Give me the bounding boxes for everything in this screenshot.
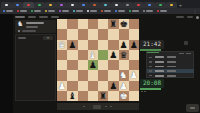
tab-favicon xyxy=(115,4,118,7)
square-b1[interactable]: ♝ xyxy=(67,91,77,101)
tab-favicon xyxy=(126,4,129,7)
square-a8[interactable] xyxy=(57,19,67,29)
bookmark-favicon xyxy=(143,10,145,12)
white-move[interactable] xyxy=(155,75,164,77)
black-move[interactable] xyxy=(167,56,176,58)
nav-link[interactable] xyxy=(15,16,25,18)
chat-menu-button[interactable]: ≡ xyxy=(43,36,53,40)
square-e7[interactable] xyxy=(98,29,108,39)
tab-favicon xyxy=(104,4,107,7)
black-bishop[interactable]: ♝ xyxy=(68,91,76,101)
board-control-dot[interactable] xyxy=(110,106,112,108)
tab-favicon xyxy=(159,4,162,7)
square-e8[interactable] xyxy=(98,19,108,29)
board-control-button[interactable] xyxy=(93,105,101,109)
square-e4[interactable] xyxy=(98,60,108,70)
bookmark-label xyxy=(76,10,83,12)
move-number xyxy=(149,66,152,68)
white-knight[interactable]: ♞ xyxy=(120,70,128,80)
nav-link[interactable] xyxy=(39,16,48,18)
chess-board: ♜♚♛♟♟♟♝♟♛♟♞♟♟♟♟♝♜♚ xyxy=(57,19,139,101)
bookmark-favicon xyxy=(59,10,61,12)
square-a1[interactable] xyxy=(57,91,67,101)
bookmark-item[interactable] xyxy=(73,10,83,12)
white-bishop[interactable]: ♝ xyxy=(89,50,97,60)
square-g4[interactable] xyxy=(119,60,129,70)
square-c3[interactable] xyxy=(78,70,88,80)
square-d5[interactable]: ♝ xyxy=(88,50,98,60)
bookmark-label xyxy=(48,10,55,12)
square-b5[interactable] xyxy=(67,50,77,60)
square-h6[interactable]: ♟ xyxy=(129,40,139,50)
nav-link[interactable] xyxy=(51,16,59,18)
bookmark-favicon xyxy=(115,10,117,12)
square-g6[interactable]: ♟ xyxy=(119,40,129,50)
tab-favicon xyxy=(16,4,19,7)
white-pawn[interactable]: ♟ xyxy=(120,81,128,91)
square-c4[interactable] xyxy=(78,60,88,70)
white-king[interactable]: ♚ xyxy=(120,91,128,101)
move-number xyxy=(149,70,152,72)
clock-option-dot[interactable] xyxy=(144,91,146,93)
black-queen[interactable]: ♛ xyxy=(120,50,128,60)
bookmark-item[interactable] xyxy=(3,10,13,12)
square-e2[interactable] xyxy=(98,81,108,91)
square-d6[interactable] xyxy=(88,40,98,50)
tab-favicon xyxy=(60,4,63,7)
square-d7[interactable] xyxy=(88,29,98,39)
square-h2[interactable] xyxy=(129,81,139,91)
square-g5[interactable]: ♛ xyxy=(119,50,129,60)
bookmark-label xyxy=(146,10,153,12)
chat-bubble-icon xyxy=(190,107,195,109)
white-move[interactable] xyxy=(155,61,164,63)
board-toolbar xyxy=(57,103,139,110)
white-pawn[interactable]: ♟ xyxy=(130,70,138,80)
board-control-dot[interactable] xyxy=(83,106,85,108)
black-move[interactable] xyxy=(167,70,176,72)
black-move[interactable] xyxy=(167,66,176,68)
bookmark-item[interactable] xyxy=(115,10,125,12)
square-d1[interactable] xyxy=(88,91,98,101)
bookmark-label xyxy=(132,10,139,12)
tab-favicon xyxy=(49,4,52,7)
bookmark-item[interactable] xyxy=(143,10,153,12)
move-list-header xyxy=(179,53,191,55)
bookmark-item[interactable] xyxy=(101,10,111,12)
bookmark-favicon xyxy=(3,10,5,12)
square-h7[interactable] xyxy=(129,29,139,39)
square-c5[interactable] xyxy=(78,50,88,60)
square-c6[interactable] xyxy=(78,40,88,50)
tab-favicon xyxy=(71,4,74,7)
square-e3[interactable] xyxy=(98,70,108,80)
square-b3[interactable] xyxy=(67,70,77,80)
black-pawn[interactable]: ♟ xyxy=(89,60,97,70)
bookmark-item[interactable] xyxy=(87,10,97,12)
black-rook[interactable]: ♜ xyxy=(99,91,107,101)
bookmarks-overflow-icon[interactable]: ⋮ xyxy=(193,9,197,14)
square-f5[interactable]: ♟ xyxy=(108,50,118,60)
bookmark-favicon xyxy=(73,10,75,12)
square-g8[interactable]: ♚ xyxy=(119,19,129,29)
nav-link[interactable] xyxy=(28,16,36,18)
bookmark-label xyxy=(160,10,167,12)
tab-favicon xyxy=(82,4,85,7)
opponent-clock: 21:42 xyxy=(140,40,164,49)
square-b6[interactable]: ♟ xyxy=(67,40,77,50)
square-f4[interactable] xyxy=(108,60,118,70)
black-pawn[interactable]: ♟ xyxy=(130,40,138,50)
square-c7[interactable] xyxy=(78,29,88,39)
black-pawn[interactable]: ♟ xyxy=(120,40,128,50)
bookmark-label xyxy=(118,10,125,12)
screen: + ⋮ ♞ ≡ ♜♚♛♟♟♟♝♟♛ xyxy=(0,0,200,113)
bookmark-favicon xyxy=(87,10,89,12)
bookmark-favicon xyxy=(17,10,19,12)
tab-favicon xyxy=(38,4,41,7)
user-avatar[interactable] xyxy=(196,16,199,19)
player-time-bar xyxy=(140,88,161,90)
move-number xyxy=(149,75,152,77)
bookmark-item[interactable] xyxy=(31,10,41,12)
square-a4[interactable] xyxy=(57,60,67,70)
square-c1[interactable] xyxy=(78,91,88,101)
tab-favicon xyxy=(170,4,173,7)
bookmark-label xyxy=(20,10,27,12)
game-subtitle-text xyxy=(26,26,38,28)
square-h4[interactable] xyxy=(129,60,139,70)
square-h1[interactable] xyxy=(129,91,139,101)
move-list-active-tab-indicator xyxy=(147,52,159,54)
chat-panel-title xyxy=(18,37,26,39)
move-row[interactable] xyxy=(147,73,194,78)
bookmark-label xyxy=(90,10,97,12)
square-f8[interactable]: ♜ xyxy=(108,19,118,29)
help-chat-widget[interactable] xyxy=(186,104,199,112)
white-move[interactable] xyxy=(155,70,164,72)
black-pawn[interactable]: ♟ xyxy=(109,81,117,91)
square-a2[interactable]: ♟ xyxy=(57,81,67,91)
bookmark-label xyxy=(34,10,41,12)
square-d3[interactable] xyxy=(88,70,98,80)
chess-site-page: ♞ ≡ ♜♚♛♟♟♟♝♟♛♟♞♟♟♟♟♝♜♚ 21:42 xyxy=(0,14,200,113)
knight-icon: ♞ xyxy=(17,20,23,29)
bookmark-favicon xyxy=(129,10,131,12)
black-move[interactable] xyxy=(167,75,176,77)
bookmark-label xyxy=(104,10,111,12)
square-f7[interactable] xyxy=(108,29,118,39)
square-f6[interactable] xyxy=(108,40,118,50)
bookmark-item[interactable] xyxy=(59,10,69,12)
square-a3[interactable] xyxy=(57,70,67,80)
game-info-card: ♞ xyxy=(15,20,56,33)
square-a6[interactable]: ♛ xyxy=(57,40,67,50)
flag-icon xyxy=(18,30,20,32)
bookmark-item[interactable] xyxy=(157,10,167,12)
bookmark-favicon xyxy=(45,10,47,12)
tab-favicon xyxy=(148,4,151,7)
square-b7[interactable] xyxy=(67,29,77,39)
board-control-dot[interactable] xyxy=(105,106,107,108)
nav-link[interactable] xyxy=(187,16,193,18)
square-h8[interactable] xyxy=(129,19,139,29)
tab-favicon xyxy=(5,4,8,7)
bookmark-item[interactable] xyxy=(129,10,139,12)
tab-favicon xyxy=(27,4,30,7)
bookmark-favicon xyxy=(31,10,33,12)
bookmark-item[interactable] xyxy=(17,10,27,12)
square-d2[interactable] xyxy=(88,81,98,91)
square-f2[interactable]: ♟ xyxy=(108,81,118,91)
square-a5[interactable] xyxy=(57,50,67,60)
player-name-text xyxy=(22,30,36,32)
player-clock: 20:08 xyxy=(140,79,164,88)
square-b2[interactable] xyxy=(67,81,77,91)
black-pawn[interactable]: ♟ xyxy=(68,40,76,50)
square-e6[interactable] xyxy=(98,40,108,50)
nav-link[interactable] xyxy=(176,16,184,18)
square-b4[interactable] xyxy=(67,60,77,70)
game-title-text xyxy=(26,22,44,24)
gear-icon[interactable] xyxy=(184,41,188,45)
move-list-panel xyxy=(146,51,194,79)
black-pawn[interactable]: ♟ xyxy=(109,50,117,60)
tab-favicon xyxy=(137,4,140,7)
black-king[interactable]: ♚ xyxy=(120,19,128,29)
square-c2[interactable] xyxy=(78,81,88,91)
chat-panel: ≡ xyxy=(15,34,56,101)
tab-favicon xyxy=(93,4,96,7)
white-move[interactable] xyxy=(155,66,164,68)
square-a7[interactable] xyxy=(57,29,67,39)
square-b8[interactable] xyxy=(67,19,77,29)
bookmark-item[interactable] xyxy=(45,10,55,12)
bookmark-label xyxy=(6,10,13,12)
move-number xyxy=(149,61,152,63)
browser-tab-bar: + xyxy=(0,0,200,8)
square-f1[interactable] xyxy=(108,91,118,101)
square-h5[interactable] xyxy=(129,50,139,60)
bookmark-favicon xyxy=(157,10,159,12)
white-queen[interactable]: ♛ xyxy=(58,40,66,50)
white-move[interactable] xyxy=(155,56,164,58)
square-g7[interactable] xyxy=(119,29,129,39)
square-e5[interactable] xyxy=(98,50,108,60)
square-c8[interactable] xyxy=(78,19,88,29)
black-move[interactable] xyxy=(167,61,176,63)
bookmark-label xyxy=(62,10,69,12)
square-h3[interactable]: ♟ xyxy=(129,70,139,80)
square-f3[interactable] xyxy=(108,70,118,80)
square-g2[interactable]: ♟ xyxy=(119,81,129,91)
square-g1[interactable]: ♚ xyxy=(119,91,129,101)
square-d4[interactable]: ♟ xyxy=(88,60,98,70)
move-number xyxy=(149,57,152,59)
bookmark-favicon xyxy=(101,10,103,12)
black-rook[interactable]: ♜ xyxy=(109,19,117,29)
square-e1[interactable]: ♜ xyxy=(98,91,108,101)
white-pawn[interactable]: ♟ xyxy=(58,81,66,91)
site-left-nav-strip xyxy=(0,14,13,113)
clock-option-dot[interactable] xyxy=(141,91,143,93)
square-g3[interactable]: ♞ xyxy=(119,70,129,80)
square-d8[interactable] xyxy=(88,19,98,29)
